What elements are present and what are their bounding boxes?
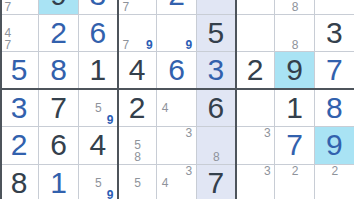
cell-r6c8[interactable]: 9 [275, 52, 314, 90]
cell-r7c2[interactable]: 7 [39, 90, 78, 128]
given-digit: 1 [89, 55, 106, 85]
box-boundary-vertical-2 [235, 0, 237, 199]
given-digit: 9 [286, 55, 303, 85]
notes-grid: 2 [277, 165, 312, 200]
notes-grid: 3 [238, 127, 273, 164]
note-7: 7 [120, 39, 132, 51]
cell-r7c6[interactable]: 6 [197, 90, 236, 128]
given-digit: 2 [129, 93, 146, 123]
note-8: 8 [210, 151, 222, 163]
notes-grid: 34 [159, 165, 194, 200]
user-digit: 6 [89, 18, 106, 48]
given-digit: 7 [50, 93, 67, 123]
cell-r8c8[interactable]: 7 [275, 127, 314, 165]
note-9: 9 [144, 39, 156, 51]
notes-grid: 8 [277, 15, 312, 52]
note-4: 4 [2, 27, 14, 39]
notes-grid: 3 [238, 165, 273, 200]
user-digit: 7 [286, 130, 303, 160]
cell-r7c8[interactable]: 1 [275, 90, 314, 128]
cell-r7c1[interactable]: 3 [0, 90, 39, 128]
cell-r5c2[interactable]: 2 [39, 15, 78, 53]
note-5: 5 [250, 0, 262, 1]
given-digit: 6 [50, 130, 67, 160]
cell-r8c7[interactable]: 3 [236, 127, 275, 165]
cell-r4c7[interactable]: 5 [236, 0, 275, 15]
cell-r7c3[interactable]: 59 [79, 90, 118, 128]
cell-r6c1[interactable]: 5 [0, 52, 39, 90]
note-9: 9 [183, 39, 195, 51]
cell-r8c5[interactable]: 3 [157, 127, 196, 165]
cell-r8c2[interactable]: 6 [39, 127, 78, 165]
cell-r4c3[interactable]: 3 [79, 0, 118, 15]
cell-r9c2[interactable]: 1 [39, 165, 78, 200]
note-3: 3 [262, 127, 274, 139]
cell-r4c4[interactable]: 7 [118, 0, 157, 15]
cell-r4c9[interactable] [315, 0, 354, 15]
note-2: 2 [329, 165, 341, 177]
cell-r8c1[interactable]: 2 [0, 127, 39, 165]
notes-grid: 47 [2, 0, 37, 14]
box-boundary-vertical-1 [117, 0, 119, 199]
cell-r6c2[interactable]: 8 [39, 52, 78, 90]
user-digit: 8 [50, 55, 67, 85]
notes-grid: 59 [81, 90, 116, 127]
note-3: 3 [183, 165, 195, 177]
board-outer-left-border [0, 0, 2, 199]
cell-r8c4[interactable]: 58 [118, 127, 157, 165]
given-digit: 8 [11, 168, 28, 198]
cell-r5c3[interactable]: 6 [79, 15, 118, 53]
cell-r9c6[interactable]: 7 [197, 165, 236, 200]
notes-grid: 5 [238, 0, 273, 14]
user-digit: 5 [11, 55, 28, 85]
cell-r4c6[interactable] [197, 0, 236, 15]
note-3: 3 [262, 165, 274, 177]
cell-r5c1[interactable]: 47 [0, 15, 39, 53]
note-8: 8 [132, 151, 144, 163]
cell-r7c9[interactable]: 8 [315, 90, 354, 128]
notes-grid: 5 [120, 165, 155, 200]
user-digit: 2 [50, 18, 67, 48]
cell-r6c4[interactable]: 4 [118, 52, 157, 90]
user-digit: 9 [326, 130, 343, 160]
user-digit: 1 [50, 168, 67, 198]
notes-grid: 59 [81, 165, 116, 200]
cell-r9c7[interactable]: 3 [236, 165, 275, 200]
given-digit: 9 [50, 0, 67, 10]
cell-r4c1[interactable]: 47 [0, 0, 39, 15]
cell-r5c7[interactable] [236, 15, 275, 53]
user-digit: 7 [326, 55, 343, 85]
cell-r5c9[interactable]: 3 [315, 15, 354, 53]
given-digit: 5 [207, 18, 224, 48]
notes-grid: 3 [159, 127, 194, 164]
user-digit: 3 [89, 0, 106, 10]
given-digit: 7 [207, 168, 224, 198]
note-8: 8 [289, 39, 301, 51]
note-5: 5 [92, 177, 104, 189]
note-5: 5 [132, 177, 144, 189]
given-digit: 3 [326, 18, 343, 48]
cell-r5c8[interactable]: 8 [275, 15, 314, 53]
note-7: 7 [2, 1, 14, 13]
notes-grid: 4 [159, 90, 194, 127]
cell-r8c9[interactable]: 9 [315, 127, 354, 165]
note-9: 9 [104, 114, 116, 126]
note-4: 4 [159, 102, 171, 114]
note-7: 7 [2, 39, 14, 51]
given-digit: 2 [247, 55, 264, 85]
cell-r8c3[interactable]: 4 [79, 127, 118, 165]
cell-r7c5[interactable]: 4 [157, 90, 196, 128]
cell-r8c6[interactable]: 8 [197, 127, 236, 165]
given-digit: 4 [89, 130, 106, 160]
note-4: 4 [159, 177, 171, 189]
cell-r6c6[interactable]: 3 [197, 52, 236, 90]
cell-r9c8[interactable]: 2 [275, 165, 314, 200]
cell-r6c9[interactable]: 7 [315, 52, 354, 90]
cell-r9c5[interactable]: 34 [157, 165, 196, 200]
cell-r7c7[interactable] [236, 90, 275, 128]
sudoku-screen: 4793725584726799583581463297375924618264… [0, 0, 354, 199]
cell-r6c3[interactable]: 1 [79, 52, 118, 90]
notes-grid: 58 [277, 0, 312, 14]
note-2: 2 [289, 165, 301, 177]
notes-grid: 79 [120, 15, 155, 52]
cell-r5c4[interactable]: 79 [118, 15, 157, 53]
user-digit: 3 [207, 55, 224, 85]
user-digit: 6 [168, 55, 185, 85]
cell-r5c5[interactable]: 9 [157, 15, 196, 53]
cell-r4c8[interactable]: 58 [275, 0, 314, 15]
cell-r9c1[interactable]: 8 [0, 165, 39, 200]
sudoku-board: 4793725584726799583581463297375924618264… [0, 0, 354, 199]
cell-r6c5[interactable]: 6 [157, 52, 196, 90]
note-7: 7 [120, 1, 132, 13]
notes-grid: 9 [159, 15, 194, 52]
cell-r9c9[interactable]: 2 [315, 165, 354, 200]
box-boundary-horizontal [0, 88, 354, 90]
note-8: 8 [289, 1, 301, 13]
notes-grid: 47 [2, 15, 37, 52]
cell-r7c4[interactable]: 2 [118, 90, 157, 128]
cell-r9c4[interactable]: 5 [118, 165, 157, 200]
cell-r9c3[interactable]: 59 [79, 165, 118, 200]
cell-r4c2[interactable]: 9 [39, 0, 78, 15]
notes-grid: 7 [120, 0, 155, 14]
given-digit: 6 [207, 93, 224, 123]
cell-r6c7[interactable]: 2 [236, 52, 275, 90]
given-digit: 4 [129, 55, 146, 85]
note-3: 3 [183, 127, 195, 139]
user-digit: 3 [11, 93, 28, 123]
notes-grid: 58 [120, 127, 155, 164]
user-digit: 8 [326, 93, 343, 123]
cell-r5c6[interactable]: 5 [197, 15, 236, 53]
notes-grid: 8 [199, 127, 234, 164]
user-digit: 2 [168, 0, 185, 10]
note-9: 9 [104, 189, 116, 199]
notes-grid: 2 [317, 165, 353, 200]
given-digit: 1 [286, 93, 303, 123]
user-digit: 2 [11, 130, 28, 160]
note-5: 5 [92, 102, 104, 114]
cell-r4c5[interactable]: 2 [157, 0, 196, 15]
